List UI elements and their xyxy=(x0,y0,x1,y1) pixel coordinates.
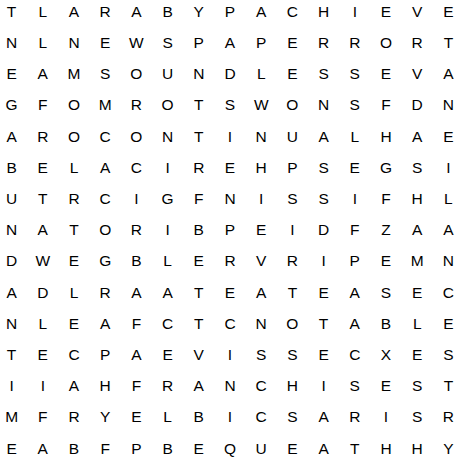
grid-cell[interactable]: Y xyxy=(433,433,460,460)
grid-cell[interactable]: F xyxy=(183,183,214,214)
grid-cell[interactable]: I xyxy=(308,370,339,401)
grid-cell[interactable]: E xyxy=(308,277,339,308)
grid-cell[interactable]: T xyxy=(27,183,58,214)
grid-cell[interactable]: B xyxy=(370,308,401,339)
grid-cell[interactable]: I xyxy=(214,121,245,152)
grid-cell[interactable]: A xyxy=(121,339,152,370)
grid-cell[interactable]: A xyxy=(121,277,152,308)
grid-cell[interactable]: S xyxy=(277,402,308,433)
grid-cell[interactable]: S xyxy=(152,27,183,58)
grid-cell[interactable]: I xyxy=(214,339,245,370)
grid-cell[interactable]: V xyxy=(402,58,433,89)
grid-cell[interactable]: O xyxy=(277,308,308,339)
grid-cell[interactable]: E xyxy=(183,433,214,460)
grid-cell[interactable]: U xyxy=(277,121,308,152)
grid-cell[interactable]: L xyxy=(402,308,433,339)
grid-cell[interactable]: E xyxy=(277,433,308,460)
grid-cell[interactable]: H xyxy=(402,433,433,460)
grid-cell[interactable]: E xyxy=(308,339,339,370)
grid-cell[interactable]: H xyxy=(402,183,433,214)
grid-cell[interactable]: H xyxy=(308,0,339,27)
grid-cell[interactable]: E xyxy=(433,308,460,339)
grid-cell[interactable]: E xyxy=(58,308,89,339)
grid-cell[interactable]: A xyxy=(90,152,121,183)
grid-cell[interactable]: S xyxy=(339,58,370,89)
grid-cell[interactable]: E xyxy=(152,339,183,370)
grid-cell[interactable]: E xyxy=(433,121,460,152)
grid-cell[interactable]: A xyxy=(58,370,89,401)
grid-cell[interactable]: L xyxy=(27,27,58,58)
grid-cell[interactable]: P xyxy=(214,0,245,27)
grid-cell[interactable]: G xyxy=(152,183,183,214)
grid-cell[interactable]: I xyxy=(0,370,27,401)
grid-cell[interactable]: V xyxy=(183,339,214,370)
grid-cell[interactable]: A xyxy=(152,277,183,308)
grid-cell[interactable]: N xyxy=(246,308,277,339)
grid-cell[interactable]: N xyxy=(183,58,214,89)
grid-cell[interactable]: A xyxy=(0,277,27,308)
grid-cell[interactable]: B xyxy=(152,0,183,27)
grid-cell[interactable]: H xyxy=(246,152,277,183)
grid-cell[interactable]: E xyxy=(27,339,58,370)
grid-cell[interactable]: C xyxy=(433,277,460,308)
grid-cell[interactable]: A xyxy=(433,214,460,245)
grid-cell[interactable]: E xyxy=(183,246,214,277)
grid-cell[interactable]: C xyxy=(152,308,183,339)
grid-cell[interactable]: W xyxy=(246,90,277,121)
grid-cell[interactable]: B xyxy=(121,246,152,277)
grid-cell[interactable]: R xyxy=(402,27,433,58)
grid-cell[interactable]: S xyxy=(214,90,245,121)
grid-cell[interactable]: H xyxy=(370,121,401,152)
grid-cell[interactable]: O xyxy=(58,121,89,152)
word-search-board: TLARABYPACHIEVENLNEWSPAPERRORTEAMSOUNDLE… xyxy=(0,0,460,460)
grid-cell[interactable]: S xyxy=(308,152,339,183)
grid-cell[interactable]: E xyxy=(214,152,245,183)
grid-cell[interactable]: A xyxy=(27,214,58,245)
grid-cell[interactable]: L xyxy=(27,0,58,27)
grid-cell[interactable]: B xyxy=(152,433,183,460)
grid-cell[interactable]: D xyxy=(0,246,27,277)
grid-cell[interactable]: W xyxy=(121,27,152,58)
grid-cell[interactable]: N xyxy=(214,370,245,401)
grid-cell[interactable]: T xyxy=(277,277,308,308)
grid-cell[interactable]: A xyxy=(90,308,121,339)
grid-cell[interactable]: O xyxy=(121,58,152,89)
grid-cell[interactable]: L xyxy=(433,183,460,214)
grid-cell[interactable]: O xyxy=(152,90,183,121)
grid-cell[interactable]: D xyxy=(308,214,339,245)
grid-cell[interactable]: E xyxy=(121,402,152,433)
grid-cell[interactable]: P xyxy=(246,27,277,58)
grid-cell[interactable]: G xyxy=(0,90,27,121)
grid-cell[interactable]: N xyxy=(58,27,89,58)
grid-cell[interactable]: I xyxy=(246,183,277,214)
grid-cell[interactable]: M xyxy=(0,402,27,433)
grid-cell[interactable]: E xyxy=(370,0,401,27)
grid-cell[interactable]: U xyxy=(152,58,183,89)
grid-cell[interactable]: E xyxy=(339,152,370,183)
grid-cell[interactable]: I xyxy=(308,246,339,277)
grid-cell[interactable]: E xyxy=(370,246,401,277)
grid-cell[interactable]: F xyxy=(121,308,152,339)
grid-cell[interactable]: E xyxy=(58,246,89,277)
grid-cell[interactable]: N xyxy=(214,183,245,214)
grid-cell[interactable]: F xyxy=(339,214,370,245)
grid-cell[interactable]: S xyxy=(402,370,433,401)
grid-cell[interactable]: I xyxy=(339,0,370,27)
grid-cell[interactable]: P xyxy=(121,433,152,460)
grid-cell[interactable]: U xyxy=(0,183,27,214)
grid-cell[interactable]: C xyxy=(246,370,277,401)
grid-cell[interactable]: O xyxy=(58,90,89,121)
grid-cell[interactable]: A xyxy=(27,58,58,89)
grid-cell[interactable]: R xyxy=(152,370,183,401)
grid-cell[interactable]: T xyxy=(183,308,214,339)
grid-cell[interactable]: U xyxy=(246,433,277,460)
grid-cell[interactable]: R xyxy=(339,402,370,433)
grid-cell[interactable]: S xyxy=(339,370,370,401)
grid-cell[interactable]: R xyxy=(90,0,121,27)
grid-cell[interactable]: A xyxy=(433,58,460,89)
grid-cell[interactable]: H xyxy=(90,370,121,401)
grid-cell[interactable]: E xyxy=(277,58,308,89)
grid-cell[interactable]: A xyxy=(402,214,433,245)
grid-cell[interactable]: A xyxy=(308,433,339,460)
grid-cell[interactable]: M xyxy=(90,90,121,121)
grid-cell[interactable]: L xyxy=(152,402,183,433)
grid-cell[interactable]: E xyxy=(27,152,58,183)
grid-cell[interactable]: B xyxy=(0,152,27,183)
grid-cell[interactable]: A xyxy=(339,277,370,308)
grid-cell[interactable]: S xyxy=(308,58,339,89)
grid-cell[interactable]: E xyxy=(0,433,27,460)
grid-cell[interactable]: N xyxy=(0,308,27,339)
grid-cell[interactable]: P xyxy=(90,339,121,370)
grid-cell[interactable]: V xyxy=(402,0,433,27)
grid-cell[interactable]: O xyxy=(277,90,308,121)
grid-cell[interactable]: A xyxy=(121,0,152,27)
grid-cell[interactable]: S xyxy=(277,339,308,370)
grid-cell[interactable]: F xyxy=(370,183,401,214)
grid-cell[interactable]: L xyxy=(58,277,89,308)
grid-cell[interactable]: T xyxy=(308,308,339,339)
grid-cell[interactable]: Q xyxy=(214,433,245,460)
grid-cell[interactable]: R xyxy=(308,27,339,58)
grid-cell[interactable]: R xyxy=(339,27,370,58)
grid-cell[interactable]: A xyxy=(308,121,339,152)
grid-cell[interactable]: C xyxy=(121,152,152,183)
grid-cell[interactable]: T xyxy=(183,121,214,152)
grid-cell[interactable]: N xyxy=(152,121,183,152)
grid-cell[interactable]: E xyxy=(90,27,121,58)
grid-cell[interactable]: C xyxy=(246,402,277,433)
grid-cell[interactable]: F xyxy=(121,370,152,401)
grid-cell[interactable]: N xyxy=(433,246,460,277)
grid-cell[interactable]: I xyxy=(277,214,308,245)
grid-cell[interactable]: A xyxy=(339,308,370,339)
grid-cell[interactable]: Z xyxy=(370,214,401,245)
grid-cell[interactable]: B xyxy=(58,433,89,460)
grid-cell[interactable]: R xyxy=(121,214,152,245)
grid-cell[interactable]: R xyxy=(90,277,121,308)
grid-cell[interactable]: S xyxy=(402,402,433,433)
grid-cell[interactable]: E xyxy=(246,214,277,245)
grid-cell[interactable]: V xyxy=(246,246,277,277)
grid-cell[interactable]: R xyxy=(58,402,89,433)
grid-cell[interactable]: T xyxy=(0,339,27,370)
grid-cell[interactable]: S xyxy=(308,183,339,214)
grid-cell[interactable]: N xyxy=(246,121,277,152)
grid-cell[interactable]: I xyxy=(339,183,370,214)
grid-cell[interactable]: N xyxy=(0,27,27,58)
grid-cell[interactable]: A xyxy=(0,121,27,152)
grid-cell[interactable]: N xyxy=(433,90,460,121)
grid-cell[interactable]: H xyxy=(277,370,308,401)
grid-cell[interactable]: H xyxy=(370,433,401,460)
grid-cell[interactable]: B xyxy=(183,402,214,433)
grid-cell[interactable]: G xyxy=(370,152,401,183)
grid-cell[interactable]: P xyxy=(277,152,308,183)
grid-cell[interactable]: X xyxy=(370,339,401,370)
grid-cell[interactable]: C xyxy=(58,339,89,370)
grid-cell[interactable]: Y xyxy=(183,0,214,27)
grid-cell[interactable]: P xyxy=(183,27,214,58)
grid-cell[interactable]: L xyxy=(339,121,370,152)
grid-cell[interactable]: R xyxy=(433,402,460,433)
grid-cell[interactable]: D xyxy=(402,90,433,121)
grid-cell[interactable]: I xyxy=(433,152,460,183)
grid-cell[interactable]: G xyxy=(90,246,121,277)
grid-cell[interactable]: E xyxy=(402,339,433,370)
grid-cell[interactable]: N xyxy=(0,214,27,245)
grid-cell[interactable]: L xyxy=(58,152,89,183)
grid-cell[interactable]: L xyxy=(152,246,183,277)
grid-cell[interactable]: R xyxy=(121,90,152,121)
grid-cell[interactable]: N xyxy=(308,90,339,121)
grid-cell[interactable]: A xyxy=(246,277,277,308)
grid-cell[interactable]: A xyxy=(183,370,214,401)
grid-cell[interactable]: C xyxy=(90,183,121,214)
grid-cell[interactable]: Y xyxy=(90,402,121,433)
grid-cell[interactable]: R xyxy=(277,246,308,277)
grid-cell[interactable]: E xyxy=(370,370,401,401)
grid-cell[interactable]: S xyxy=(246,339,277,370)
grid-cell[interactable]: P xyxy=(339,246,370,277)
grid-cell[interactable]: T xyxy=(183,90,214,121)
grid-cell[interactable]: O xyxy=(370,27,401,58)
grid-cell[interactable]: W xyxy=(27,246,58,277)
grid-cell[interactable]: A xyxy=(308,402,339,433)
grid-cell[interactable]: E xyxy=(214,277,245,308)
grid-cell[interactable]: S xyxy=(277,183,308,214)
grid-cell[interactable]: F xyxy=(90,433,121,460)
grid-cell[interactable]: E xyxy=(0,58,27,89)
grid-cell[interactable]: E xyxy=(277,27,308,58)
grid-cell[interactable]: A xyxy=(402,121,433,152)
grid-cell[interactable]: C xyxy=(339,339,370,370)
grid-cell[interactable]: C xyxy=(214,308,245,339)
grid-cell[interactable]: R xyxy=(27,121,58,152)
grid-cell[interactable]: I xyxy=(152,152,183,183)
word-search-page: TLARABYPACHIEVENLNEWSPAPERRORTEAMSOUNDLE… xyxy=(0,0,460,460)
grid-cell[interactable]: M xyxy=(58,58,89,89)
grid-cell[interactable]: I xyxy=(152,214,183,245)
grid-cell[interactable]: I xyxy=(27,370,58,401)
grid-cell[interactable]: L xyxy=(27,308,58,339)
grid-cell[interactable]: I xyxy=(370,402,401,433)
grid-cell[interactable]: T xyxy=(58,214,89,245)
grid-cell[interactable]: D xyxy=(27,277,58,308)
grid-cell[interactable]: O xyxy=(121,121,152,152)
grid-cell[interactable]: T xyxy=(433,370,460,401)
grid-cell[interactable]: A xyxy=(58,0,89,27)
grid-cell[interactable]: C xyxy=(90,121,121,152)
grid-cell[interactable]: P xyxy=(214,214,245,245)
grid-cell[interactable]: I xyxy=(214,402,245,433)
grid-cell[interactable]: M xyxy=(402,246,433,277)
grid-cell[interactable]: B xyxy=(183,214,214,245)
grid-cell[interactable]: L xyxy=(246,58,277,89)
grid-cell[interactable]: I xyxy=(121,183,152,214)
grid-cell[interactable]: S xyxy=(433,339,460,370)
grid-cell[interactable]: A xyxy=(27,433,58,460)
grid-cell[interactable]: F xyxy=(370,90,401,121)
grid-cell[interactable]: D xyxy=(214,58,245,89)
grid-cell[interactable]: A xyxy=(214,27,245,58)
grid-cell[interactable]: E xyxy=(370,58,401,89)
grid-cell[interactable]: F xyxy=(27,90,58,121)
grid-cell[interactable]: R xyxy=(214,246,245,277)
grid-cell[interactable]: T xyxy=(0,0,27,27)
grid-cell[interactable]: A xyxy=(246,0,277,27)
grid-cell[interactable]: E xyxy=(402,277,433,308)
grid-cell[interactable]: E xyxy=(433,0,460,27)
grid-cell[interactable]: S xyxy=(402,152,433,183)
grid-cell[interactable]: R xyxy=(58,183,89,214)
grid-cell[interactable]: F xyxy=(27,402,58,433)
grid-cell[interactable]: T xyxy=(433,27,460,58)
grid-cell[interactable]: T xyxy=(339,433,370,460)
grid-cell[interactable]: T xyxy=(183,277,214,308)
grid-cell[interactable]: S xyxy=(339,90,370,121)
grid-cell[interactable]: S xyxy=(370,277,401,308)
grid-cell[interactable]: R xyxy=(183,152,214,183)
grid-cell[interactable]: C xyxy=(277,0,308,27)
grid-cell[interactable]: S xyxy=(90,58,121,89)
grid-cell[interactable]: O xyxy=(90,214,121,245)
